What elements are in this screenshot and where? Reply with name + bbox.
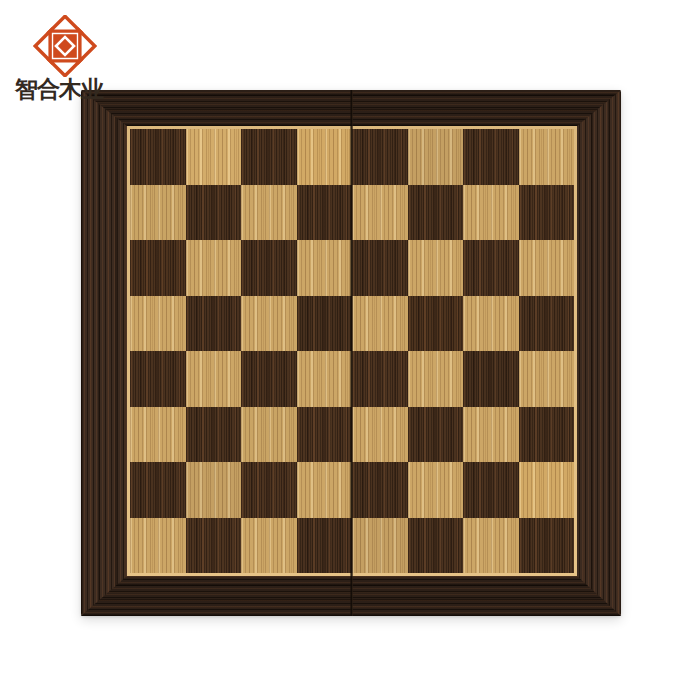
brand-logo-icon (33, 15, 97, 77)
square-d3[interactable] (297, 407, 353, 463)
square-h1[interactable] (519, 518, 575, 574)
square-a5[interactable] (130, 296, 186, 352)
square-a8[interactable] (130, 129, 186, 185)
board-fold-seam (350, 90, 353, 616)
square-e7[interactable] (352, 185, 408, 241)
square-e6[interactable] (352, 240, 408, 296)
square-f7[interactable] (408, 185, 464, 241)
square-a2[interactable] (130, 462, 186, 518)
square-h6[interactable] (519, 240, 575, 296)
square-b7[interactable] (186, 185, 242, 241)
square-h2[interactable] (519, 462, 575, 518)
brand-logo-text: 智合木业 (15, 74, 135, 105)
square-g1[interactable] (463, 518, 519, 574)
square-a1[interactable] (130, 518, 186, 574)
square-g4[interactable] (463, 351, 519, 407)
square-c4[interactable] (241, 351, 297, 407)
square-d5[interactable] (297, 296, 353, 352)
square-c3[interactable] (241, 407, 297, 463)
square-g6[interactable] (463, 240, 519, 296)
square-c5[interactable] (241, 296, 297, 352)
square-b2[interactable] (186, 462, 242, 518)
product-photo: 智合木业 (0, 0, 700, 700)
square-h5[interactable] (519, 296, 575, 352)
square-d2[interactable] (297, 462, 353, 518)
square-g7[interactable] (463, 185, 519, 241)
square-a7[interactable] (130, 185, 186, 241)
square-f5[interactable] (408, 296, 464, 352)
square-c1[interactable] (241, 518, 297, 574)
square-g5[interactable] (463, 296, 519, 352)
square-f1[interactable] (408, 518, 464, 574)
square-f3[interactable] (408, 407, 464, 463)
square-b8[interactable] (186, 129, 242, 185)
square-e4[interactable] (352, 351, 408, 407)
square-h8[interactable] (519, 129, 575, 185)
square-d6[interactable] (297, 240, 353, 296)
square-e2[interactable] (352, 462, 408, 518)
square-g3[interactable] (463, 407, 519, 463)
square-f6[interactable] (408, 240, 464, 296)
square-a4[interactable] (130, 351, 186, 407)
square-c6[interactable] (241, 240, 297, 296)
square-b3[interactable] (186, 407, 242, 463)
square-a3[interactable] (130, 407, 186, 463)
square-e3[interactable] (352, 407, 408, 463)
square-b4[interactable] (186, 351, 242, 407)
square-d1[interactable] (297, 518, 353, 574)
square-g8[interactable] (463, 129, 519, 185)
square-d7[interactable] (297, 185, 353, 241)
square-b1[interactable] (186, 518, 242, 574)
square-c2[interactable] (241, 462, 297, 518)
square-h4[interactable] (519, 351, 575, 407)
square-d4[interactable] (297, 351, 353, 407)
square-e8[interactable] (352, 129, 408, 185)
square-b5[interactable] (186, 296, 242, 352)
square-e1[interactable] (352, 518, 408, 574)
square-f2[interactable] (408, 462, 464, 518)
square-d8[interactable] (297, 129, 353, 185)
square-c7[interactable] (241, 185, 297, 241)
square-h3[interactable] (519, 407, 575, 463)
square-a6[interactable] (130, 240, 186, 296)
square-g2[interactable] (463, 462, 519, 518)
square-f8[interactable] (408, 129, 464, 185)
square-h7[interactable] (519, 185, 575, 241)
square-f4[interactable] (408, 351, 464, 407)
square-b6[interactable] (186, 240, 242, 296)
chess-board (81, 90, 621, 616)
square-c8[interactable] (241, 129, 297, 185)
square-e5[interactable] (352, 296, 408, 352)
